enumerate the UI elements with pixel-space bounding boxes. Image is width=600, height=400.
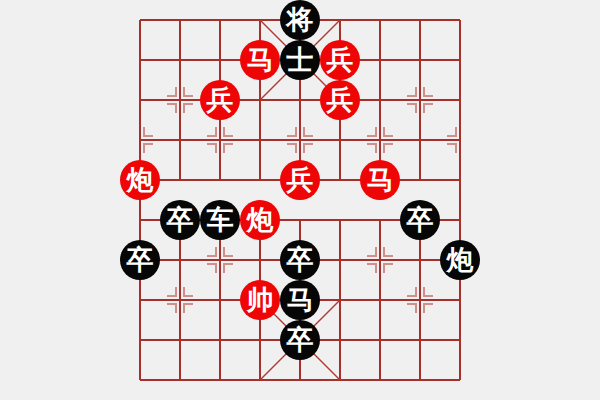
- piece-glyph: 将: [287, 6, 314, 33]
- piece-glyph: 帅: [247, 286, 274, 313]
- piece-red-soldier[interactable]: 兵: [320, 40, 360, 80]
- piece-black-chariot[interactable]: 车: [200, 200, 240, 240]
- piece-glyph: 卒: [127, 246, 154, 273]
- piece-glyph: 卒: [287, 326, 314, 353]
- piece-red-soldier[interactable]: 兵: [280, 160, 320, 200]
- piece-glyph: 卒: [167, 206, 194, 233]
- piece-glyph: 兵: [327, 86, 354, 113]
- piece-glyph: 卒: [407, 206, 434, 233]
- piece-glyph: 卒: [287, 246, 314, 273]
- piece-glyph: 兵: [287, 166, 314, 193]
- piece-black-soldier[interactable]: 卒: [280, 240, 320, 280]
- xiangqi-diagram: 将马士兵兵兵炮兵马卒车炮卒卒卒炮帅马卒: [0, 0, 600, 400]
- piece-red-cannon[interactable]: 炮: [120, 160, 160, 200]
- piece-black-soldier[interactable]: 卒: [160, 200, 200, 240]
- piece-glyph: 马: [287, 286, 314, 313]
- piece-glyph: 马: [367, 166, 394, 193]
- piece-glyph: 马: [247, 46, 274, 73]
- piece-glyph: 士: [287, 46, 314, 73]
- piece-glyph: 兵: [207, 86, 234, 113]
- piece-red-soldier[interactable]: 兵: [320, 80, 360, 120]
- piece-glyph: 炮: [127, 166, 154, 193]
- piece-glyph: 兵: [327, 46, 354, 73]
- piece-glyph: 炮: [247, 206, 274, 233]
- piece-layer: 将马士兵兵兵炮兵马卒车炮卒卒卒炮帅马卒: [120, 0, 480, 400]
- piece-red-general[interactable]: 帅: [240, 280, 280, 320]
- piece-glyph: 车: [207, 206, 234, 233]
- piece-black-advisor[interactable]: 士: [280, 40, 320, 80]
- piece-black-general[interactable]: 将: [280, 0, 320, 40]
- piece-red-horse[interactable]: 马: [360, 160, 400, 200]
- piece-black-cannon[interactable]: 炮: [440, 240, 480, 280]
- piece-glyph: 炮: [447, 246, 474, 273]
- piece-black-soldier[interactable]: 卒: [400, 200, 440, 240]
- piece-black-soldier[interactable]: 卒: [120, 240, 160, 280]
- piece-black-soldier[interactable]: 卒: [280, 320, 320, 360]
- piece-red-cannon[interactable]: 炮: [240, 200, 280, 240]
- piece-red-horse[interactable]: 马: [240, 40, 280, 80]
- piece-red-soldier[interactable]: 兵: [200, 80, 240, 120]
- piece-black-horse[interactable]: 马: [280, 280, 320, 320]
